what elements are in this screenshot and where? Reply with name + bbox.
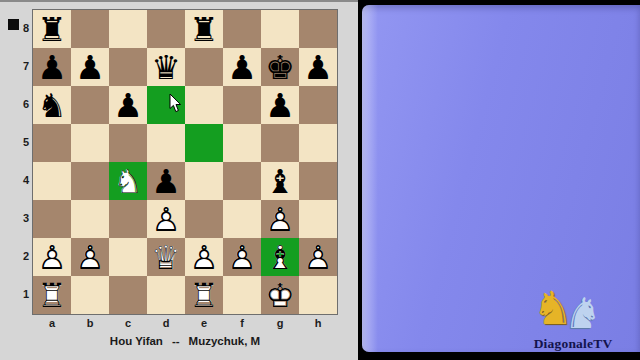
square-d4[interactable]: ♟	[147, 162, 185, 200]
piece-white-pawn: ♟♙	[185, 238, 223, 276]
square-d7[interactable]: ♛	[147, 48, 185, 86]
square-g3[interactable]: ♟♙	[261, 200, 299, 238]
square-c2[interactable]	[109, 238, 147, 276]
square-f4[interactable]	[223, 162, 261, 200]
square-b6[interactable]	[71, 86, 109, 124]
file-label-e: e	[185, 316, 223, 330]
piece-white-rook: ♜♖	[185, 276, 223, 314]
mouse-cursor-icon	[169, 94, 182, 113]
piece-white-rook: ♜♖	[33, 276, 71, 314]
rank-labels: 87654321	[0, 9, 29, 313]
diagonaletv-logo: ♞ ♞ DiagonaleTV	[518, 282, 628, 352]
square-a8[interactable]: ♜	[33, 10, 71, 48]
square-c1[interactable]	[109, 276, 147, 314]
piece-black-pawn: ♟	[147, 162, 185, 200]
square-e6[interactable]	[185, 86, 223, 124]
piece-black-bishop: ♝	[261, 162, 299, 200]
square-d3[interactable]: ♟♙	[147, 200, 185, 238]
square-e4[interactable]	[185, 162, 223, 200]
square-d8[interactable]	[147, 10, 185, 48]
square-e5[interactable]	[185, 124, 223, 162]
square-e2[interactable]: ♟♙	[185, 238, 223, 276]
square-f8[interactable]	[223, 10, 261, 48]
rank-label-7: 7	[0, 47, 29, 85]
square-b8[interactable]	[71, 10, 109, 48]
black-player-name: Muzychuk, M	[189, 335, 261, 347]
square-c4[interactable]: ♞♘	[109, 162, 147, 200]
file-label-a: a	[33, 316, 71, 330]
piece-white-pawn: ♟♙	[299, 238, 337, 276]
piece-white-pawn: ♟♙	[261, 200, 299, 238]
square-c6[interactable]: ♟	[109, 86, 147, 124]
square-f2[interactable]: ♟♙	[223, 238, 261, 276]
square-a2[interactable]: ♟♙	[33, 238, 71, 276]
chess-gui-panel: 87654321 ♜♜♟♟♛♟♚♟♞♟♟♞♘♟♝♟♙♟♙♟♙♟♙♛♕♟♙♟♙♝♗…	[0, 0, 358, 360]
piece-black-knight: ♞	[33, 86, 71, 124]
rank-label-6: 6	[0, 85, 29, 123]
rank-label-4: 4	[0, 161, 29, 199]
square-h8[interactable]	[299, 10, 337, 48]
file-label-b: b	[71, 316, 109, 330]
piece-black-pawn: ♟	[223, 48, 261, 86]
rank-label-1: 1	[0, 275, 29, 313]
square-e8[interactable]: ♜	[185, 10, 223, 48]
rank-label-8: 8	[0, 9, 29, 47]
square-h6[interactable]	[299, 86, 337, 124]
square-h3[interactable]	[299, 200, 337, 238]
square-e1[interactable]: ♜♖	[185, 276, 223, 314]
square-a6[interactable]: ♞	[33, 86, 71, 124]
chess-board[interactable]: ♜♜♟♟♛♟♚♟♞♟♟♞♘♟♝♟♙♟♙♟♙♟♙♛♕♟♙♟♙♝♗♟♙♜♖♜♖♚♔	[32, 9, 338, 315]
piece-black-pawn: ♟	[71, 48, 109, 86]
square-c7[interactable]	[109, 48, 147, 86]
file-label-f: f	[223, 316, 261, 330]
piece-black-rook: ♜	[185, 10, 223, 48]
piece-white-bishop: ♝♗	[261, 238, 299, 276]
game-caption: Hou Yifan--Muzychuk, M	[20, 335, 350, 347]
square-g4[interactable]: ♝	[261, 162, 299, 200]
piece-black-pawn: ♟	[33, 48, 71, 86]
piece-black-rook: ♜	[33, 10, 71, 48]
white-player-name: Hou Yifan	[110, 335, 163, 347]
piece-black-pawn: ♟	[299, 48, 337, 86]
piece-black-pawn: ♟	[261, 86, 299, 124]
square-e7[interactable]	[185, 48, 223, 86]
piece-black-queen: ♛	[147, 48, 185, 86]
square-g1[interactable]: ♚♔	[261, 276, 299, 314]
file-label-h: h	[299, 316, 337, 330]
square-g8[interactable]	[261, 10, 299, 48]
rank-label-5: 5	[0, 123, 29, 161]
square-b4[interactable]	[71, 162, 109, 200]
video-frame: ♞ ♞ DiagonaleTV	[358, 0, 640, 360]
square-b2[interactable]: ♟♙	[71, 238, 109, 276]
square-g6[interactable]: ♟	[261, 86, 299, 124]
square-f7[interactable]: ♟	[223, 48, 261, 86]
square-h5[interactable]	[299, 124, 337, 162]
square-g2[interactable]: ♝♗	[261, 238, 299, 276]
file-labels: abcdefgh	[33, 316, 337, 330]
square-f3[interactable]	[223, 200, 261, 238]
square-b1[interactable]	[71, 276, 109, 314]
square-h2[interactable]: ♟♙	[299, 238, 337, 276]
square-a4[interactable]	[33, 162, 71, 200]
square-c8[interactable]	[109, 10, 147, 48]
square-d1[interactable]	[147, 276, 185, 314]
piece-black-pawn: ♟	[109, 86, 147, 124]
square-f6[interactable]	[223, 86, 261, 124]
piece-white-king: ♚♔	[261, 276, 299, 314]
square-f1[interactable]	[223, 276, 261, 314]
logo-knights-graphic: ♞ ♞	[518, 282, 628, 338]
piece-white-pawn: ♟♙	[33, 238, 71, 276]
piece-white-pawn: ♟♙	[223, 238, 261, 276]
square-h7[interactable]: ♟	[299, 48, 337, 86]
square-a3[interactable]	[33, 200, 71, 238]
square-a7[interactable]: ♟	[33, 48, 71, 86]
piece-black-king: ♚	[261, 48, 299, 86]
square-c5[interactable]	[109, 124, 147, 162]
square-b7[interactable]: ♟	[71, 48, 109, 86]
square-e3[interactable]	[185, 200, 223, 238]
file-label-d: d	[147, 316, 185, 330]
piece-white-knight: ♞♘	[109, 162, 147, 200]
square-f5[interactable]	[223, 124, 261, 162]
square-a5[interactable]	[33, 124, 71, 162]
square-b3[interactable]	[71, 200, 109, 238]
file-label-g: g	[261, 316, 299, 330]
square-h1[interactable]	[299, 276, 337, 314]
piece-white-pawn: ♟♙	[71, 238, 109, 276]
piece-white-pawn: ♟♙	[147, 200, 185, 238]
square-d2[interactable]: ♛♕	[147, 238, 185, 276]
file-label-c: c	[109, 316, 147, 330]
players-separator: --	[172, 335, 180, 347]
square-b5[interactable]	[71, 124, 109, 162]
square-a1[interactable]: ♜♖	[33, 276, 71, 314]
piece-white-queen: ♛♕	[147, 238, 185, 276]
square-g7[interactable]: ♚	[261, 48, 299, 86]
square-h4[interactable]	[299, 162, 337, 200]
square-d5[interactable]	[147, 124, 185, 162]
rank-label-3: 3	[0, 199, 29, 237]
glass-knight-icon: ♞	[564, 288, 602, 340]
rank-label-2: 2	[0, 237, 29, 275]
square-c3[interactable]	[109, 200, 147, 238]
square-g5[interactable]	[261, 124, 299, 162]
